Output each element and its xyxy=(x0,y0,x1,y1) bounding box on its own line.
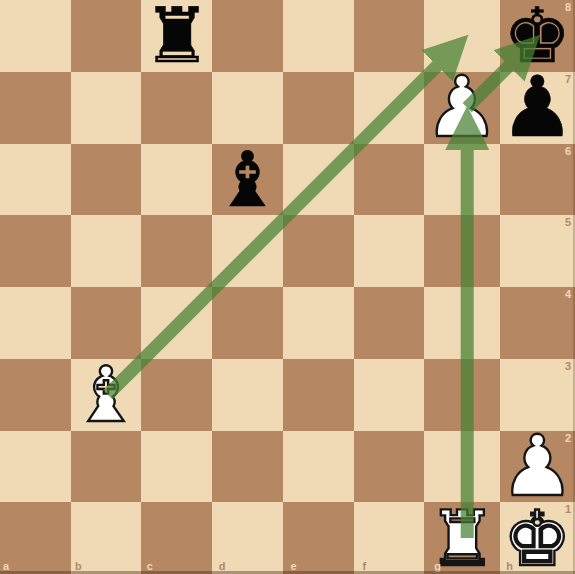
square-b3[interactable]: ♝ xyxy=(71,359,142,431)
square-a5[interactable] xyxy=(0,215,71,287)
square-d8[interactable] xyxy=(212,0,283,72)
square-d2[interactable] xyxy=(212,431,283,503)
square-h5[interactable] xyxy=(500,215,575,287)
square-c7[interactable] xyxy=(141,72,212,144)
square-b4[interactable] xyxy=(71,287,142,359)
square-g1[interactable]: ♜ xyxy=(424,502,499,574)
square-c3[interactable] xyxy=(141,359,212,431)
square-b7[interactable] xyxy=(71,72,142,144)
square-g5[interactable] xyxy=(424,215,499,287)
square-a3[interactable] xyxy=(0,359,71,431)
square-f4[interactable] xyxy=(354,287,425,359)
square-a4[interactable] xyxy=(0,287,71,359)
square-f1[interactable] xyxy=(354,502,425,574)
square-a6[interactable] xyxy=(0,144,71,216)
square-b1[interactable] xyxy=(71,502,142,574)
square-h2[interactable]: ♟ xyxy=(500,431,575,503)
square-a8[interactable] xyxy=(0,0,71,72)
white-bishop[interactable]: ♝ xyxy=(72,359,140,430)
white-rook[interactable]: ♜ xyxy=(428,503,496,574)
square-g7[interactable]: ♟ xyxy=(424,72,499,144)
square-g4[interactable] xyxy=(424,287,499,359)
white-king[interactable]: ♚ xyxy=(503,503,571,574)
chess-board: ♜♚♟♟♝♝♟♜♚ xyxy=(0,0,575,574)
square-b2[interactable] xyxy=(71,431,142,503)
black-bishop[interactable]: ♝ xyxy=(213,144,281,215)
chess-board-stage: ♜♚♟♟♝♝♟♜♚ abcdefgh12345678 xyxy=(0,0,575,574)
square-b6[interactable] xyxy=(71,144,142,216)
square-f5[interactable] xyxy=(354,215,425,287)
square-e5[interactable] xyxy=(283,215,354,287)
square-c4[interactable] xyxy=(141,287,212,359)
square-f3[interactable] xyxy=(354,359,425,431)
square-c8[interactable]: ♜ xyxy=(141,0,212,72)
square-f7[interactable] xyxy=(354,72,425,144)
square-f8[interactable] xyxy=(354,0,425,72)
square-c1[interactable] xyxy=(141,502,212,574)
square-b5[interactable] xyxy=(71,215,142,287)
black-rook[interactable]: ♜ xyxy=(143,0,211,71)
square-d5[interactable] xyxy=(212,215,283,287)
white-pawn[interactable]: ♟ xyxy=(500,431,575,502)
square-g3[interactable] xyxy=(424,359,499,431)
square-a2[interactable] xyxy=(0,431,71,503)
square-g2[interactable] xyxy=(424,431,499,503)
square-f2[interactable] xyxy=(354,431,425,503)
square-c5[interactable] xyxy=(141,215,212,287)
square-e4[interactable] xyxy=(283,287,354,359)
square-e1[interactable] xyxy=(283,502,354,574)
black-pawn[interactable]: ♟ xyxy=(500,72,575,143)
square-h1[interactable]: ♚ xyxy=(500,502,575,574)
square-d3[interactable] xyxy=(212,359,283,431)
square-d1[interactable] xyxy=(212,502,283,574)
square-a7[interactable] xyxy=(0,72,71,144)
square-b8[interactable] xyxy=(71,0,142,72)
square-d4[interactable] xyxy=(212,287,283,359)
square-e7[interactable] xyxy=(283,72,354,144)
square-d6[interactable]: ♝ xyxy=(212,144,283,216)
square-e3[interactable] xyxy=(283,359,354,431)
square-h4[interactable] xyxy=(500,287,575,359)
square-h7[interactable]: ♟ xyxy=(500,72,575,144)
square-e8[interactable] xyxy=(283,0,354,72)
square-f6[interactable] xyxy=(354,144,425,216)
white-pawn[interactable]: ♟ xyxy=(424,72,499,143)
square-c2[interactable] xyxy=(141,431,212,503)
square-e2[interactable] xyxy=(283,431,354,503)
square-c6[interactable] xyxy=(141,144,212,216)
square-a1[interactable] xyxy=(0,502,71,574)
square-e6[interactable] xyxy=(283,144,354,216)
square-d7[interactable] xyxy=(212,72,283,144)
